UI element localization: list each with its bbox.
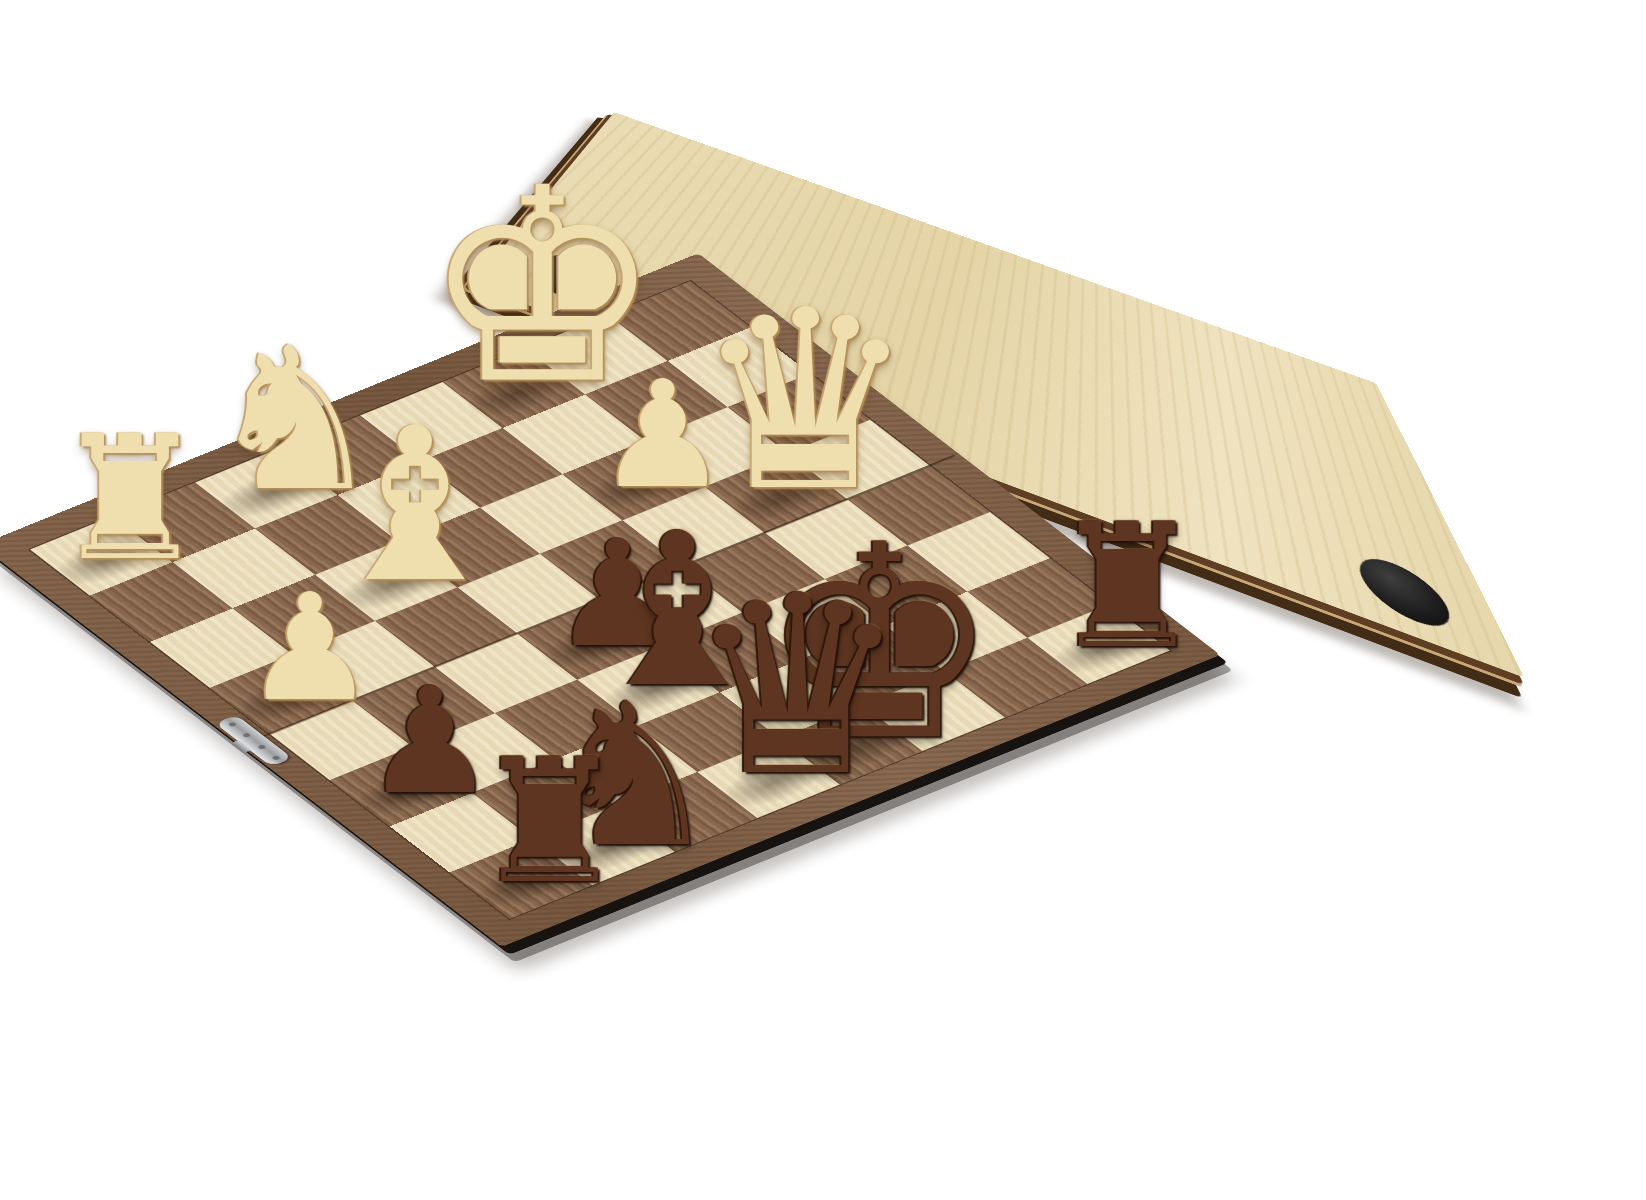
chess-board: ♜♞♚♝♟♟♛♟♟♝♜♞♛♚♜ xyxy=(156,156,1044,1044)
black-queen-d1[interactable]: ♛ xyxy=(686,572,908,800)
board-frame: ♜♞♚♝♟♟♛♟♟♝♜♞♛♚♜ xyxy=(0,253,1220,947)
square-d1[interactable]: ♛ xyxy=(697,738,839,818)
white-bishop-c6[interactable]: ♝ xyxy=(320,408,510,603)
scene: ♜♞♚♝♟♟♛♟♟♝♜♞♛♚♜ xyxy=(0,0,1646,1200)
white-rook-a8[interactable]: ♜ xyxy=(53,420,207,578)
lid-rubber-pad-right xyxy=(1351,548,1462,639)
board-grid: ♜♞♚♝♟♟♛♟♟♝♜♞♛♚♜ xyxy=(30,281,1170,918)
square-d3[interactable]: ♝ xyxy=(577,646,719,726)
white-queen-g5[interactable]: ♛ xyxy=(694,287,916,515)
square-a5[interactable]: ♟ xyxy=(210,654,352,734)
